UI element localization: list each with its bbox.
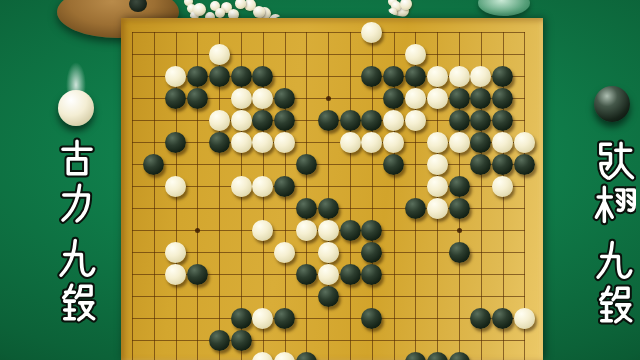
white-stone-pebble (253, 6, 265, 18)
glass-lid (478, 0, 530, 16)
cjk-char-古 (55, 136, 99, 180)
stone-black (165, 132, 186, 153)
stone-white (231, 88, 252, 109)
stone-black (470, 308, 491, 329)
black-stone-on-lid (129, 0, 147, 12)
stone-white (427, 66, 448, 87)
stone-black (187, 264, 208, 285)
stone-black (318, 110, 339, 131)
stone-white (318, 242, 339, 263)
white-stone-pebble (388, 8, 397, 17)
stone-white (449, 132, 470, 153)
stone-white (427, 198, 448, 219)
stone-black (492, 66, 513, 87)
stone-black (252, 110, 273, 131)
stone-black (383, 66, 404, 87)
stone-white (231, 132, 252, 153)
grid-line-horizontal (132, 54, 525, 55)
stone-black (405, 198, 426, 219)
stone-black (361, 110, 382, 131)
stone-white (252, 88, 273, 109)
stone-white (274, 242, 295, 263)
stone-white (252, 132, 273, 153)
stone-black (231, 66, 252, 87)
stone-white (165, 264, 186, 285)
grid-line-vertical (328, 32, 329, 360)
stone-white (383, 110, 404, 131)
stone-white (405, 88, 426, 109)
stone-white (231, 176, 252, 197)
stone-white (209, 110, 230, 131)
star-point (326, 96, 331, 101)
stone-black (296, 352, 317, 360)
stone-white (427, 154, 448, 175)
stone-black (449, 88, 470, 109)
stone-white (252, 220, 273, 241)
stone-white (514, 308, 535, 329)
grid-line-vertical (350, 32, 351, 360)
cjk-char-段 (592, 282, 636, 326)
stone-white (296, 220, 317, 241)
stone-black (405, 66, 426, 87)
stone-black (296, 198, 317, 219)
stone-black (187, 66, 208, 87)
stone-white (318, 264, 339, 285)
stone-black (427, 352, 448, 360)
white-stone-icon (58, 90, 94, 126)
stone-black (492, 88, 513, 109)
stone-white (318, 220, 339, 241)
stone-black (340, 110, 361, 131)
stone-black (231, 308, 252, 329)
stone-white (274, 132, 295, 153)
stone-black (361, 242, 382, 263)
stone-white (361, 132, 382, 153)
stone-black (514, 154, 535, 175)
stone-black (252, 66, 273, 87)
stone-white (492, 132, 513, 153)
stone-white (252, 308, 273, 329)
stone-white (340, 132, 361, 153)
stone-black (274, 88, 295, 109)
star-point (195, 228, 200, 233)
stone-black (361, 66, 382, 87)
cjk-char-九 (55, 236, 99, 280)
stone-black (143, 154, 164, 175)
cjk-char-段 (55, 280, 99, 324)
go-board (121, 18, 543, 360)
grid-line-horizontal (132, 164, 525, 165)
stone-black (383, 88, 404, 109)
stone-black (209, 132, 230, 153)
cjk-char-九 (592, 238, 636, 282)
stone-black (470, 132, 491, 153)
player-label-white (55, 136, 99, 324)
stone-black (296, 264, 317, 285)
stone-black (405, 352, 426, 360)
stone-white (427, 176, 448, 197)
player-label-black (592, 138, 636, 326)
stone-black (187, 88, 208, 109)
stone-black (361, 264, 382, 285)
stone-white (165, 176, 186, 197)
stone-white (252, 352, 273, 360)
stone-white (514, 132, 535, 153)
stone-black (274, 110, 295, 131)
cjk-char-力 (55, 180, 99, 224)
stone-black (340, 220, 361, 241)
cjk-char-张 (592, 138, 636, 182)
stone-black (209, 66, 230, 87)
stone-black (449, 352, 470, 360)
black-stone-icon (594, 86, 630, 122)
stone-black (165, 88, 186, 109)
stone-black (492, 154, 513, 175)
stone-black (318, 198, 339, 219)
stone-white (383, 132, 404, 153)
stone-white (405, 110, 426, 131)
white-stone-pebble (400, 0, 412, 10)
stone-black (449, 176, 470, 197)
stone-black (492, 110, 513, 131)
white-stone-pebble (215, 8, 225, 18)
stone-black (318, 286, 339, 307)
star-point (457, 228, 462, 233)
stone-black (470, 110, 491, 131)
stone-black (361, 220, 382, 241)
stone-white (405, 44, 426, 65)
stone-white (427, 88, 448, 109)
grid-line-vertical (154, 32, 155, 360)
stone-black (449, 242, 470, 263)
grid-line-horizontal (132, 318, 525, 319)
stone-white (427, 132, 448, 153)
grid-line-horizontal (132, 32, 525, 33)
white-stone-bowl-small (388, 0, 434, 17)
stone-black (470, 154, 491, 175)
stone-white (470, 66, 491, 87)
stone-black (492, 308, 513, 329)
cjk-char-栩 (592, 182, 636, 226)
stone-white (209, 44, 230, 65)
stone-white (449, 66, 470, 87)
stone-white (361, 22, 382, 43)
stone-white (165, 66, 186, 87)
stone-black (340, 264, 361, 285)
stone-black (209, 330, 230, 351)
stone-white (231, 110, 252, 131)
stone-white (165, 242, 186, 263)
grid-line-vertical (132, 32, 133, 360)
go-broadcast-frame: 古力 九段 张栩 九段 (0, 0, 640, 360)
stone-white (492, 176, 513, 197)
stone-black (470, 88, 491, 109)
stone-black (449, 110, 470, 131)
stone-white (252, 176, 273, 197)
white-stone-pebble (193, 3, 206, 16)
stone-black (361, 308, 382, 329)
stone-white (274, 352, 295, 360)
grid-line-horizontal (132, 340, 525, 341)
stone-black (449, 198, 470, 219)
stone-black (296, 154, 317, 175)
stone-black (231, 330, 252, 351)
stone-black (274, 176, 295, 197)
stone-black (383, 154, 404, 175)
grid-line-vertical (306, 32, 307, 360)
stone-black (274, 308, 295, 329)
